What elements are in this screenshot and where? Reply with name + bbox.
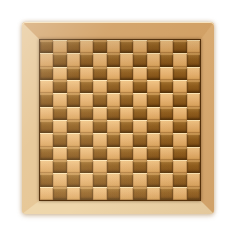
board-square[interactable] <box>107 93 120 106</box>
board-square[interactable] <box>147 40 160 53</box>
board-square[interactable] <box>173 80 186 93</box>
board-square[interactable] <box>80 40 93 53</box>
board-square[interactable] <box>160 187 173 200</box>
board-square[interactable] <box>67 40 80 53</box>
board-square[interactable] <box>133 40 146 53</box>
board-square[interactable] <box>67 147 80 160</box>
board-square[interactable] <box>80 187 93 200</box>
board-square[interactable] <box>187 67 200 80</box>
board-square[interactable] <box>80 147 93 160</box>
board-square[interactable] <box>40 67 53 80</box>
board-square[interactable] <box>107 120 120 133</box>
board-square[interactable] <box>80 133 93 146</box>
board-square[interactable] <box>147 133 160 146</box>
board-square[interactable] <box>67 187 80 200</box>
board-square[interactable] <box>160 53 173 66</box>
board-square[interactable] <box>93 67 106 80</box>
board-square[interactable] <box>160 147 173 160</box>
board-square[interactable] <box>147 80 160 93</box>
board-square[interactable] <box>67 160 80 173</box>
board-square[interactable] <box>93 187 106 200</box>
board-square[interactable] <box>187 93 200 106</box>
board-square[interactable] <box>67 120 80 133</box>
board-square[interactable] <box>120 80 133 93</box>
board-square[interactable] <box>67 107 80 120</box>
board-square[interactable] <box>160 93 173 106</box>
photo-background <box>0 0 240 240</box>
board-square[interactable] <box>120 53 133 66</box>
board-square[interactable] <box>173 187 186 200</box>
board-square[interactable] <box>107 133 120 146</box>
board-square[interactable] <box>133 93 146 106</box>
board-square[interactable] <box>40 173 53 186</box>
board-square[interactable] <box>53 107 66 120</box>
board-square[interactable] <box>67 53 80 66</box>
board-square[interactable] <box>173 133 186 146</box>
board-square[interactable] <box>187 40 200 53</box>
board-square[interactable] <box>187 120 200 133</box>
board-square[interactable] <box>173 67 186 80</box>
board-square[interactable] <box>40 133 53 146</box>
board-square[interactable] <box>173 160 186 173</box>
board-square[interactable] <box>120 173 133 186</box>
board-square[interactable] <box>147 160 160 173</box>
board-square[interactable] <box>80 53 93 66</box>
board-square[interactable] <box>67 133 80 146</box>
board-square[interactable] <box>187 173 200 186</box>
board-square[interactable] <box>173 53 186 66</box>
board-square[interactable] <box>107 80 120 93</box>
board-square[interactable] <box>107 187 120 200</box>
board-square[interactable] <box>80 107 93 120</box>
board-square[interactable] <box>133 147 146 160</box>
board-square[interactable] <box>40 40 53 53</box>
board-square[interactable] <box>160 173 173 186</box>
board-square[interactable] <box>80 173 93 186</box>
board-square[interactable] <box>120 67 133 80</box>
board-square[interactable] <box>120 40 133 53</box>
board-square[interactable] <box>80 67 93 80</box>
board-square[interactable] <box>107 160 120 173</box>
board-square[interactable] <box>53 187 66 200</box>
board-square[interactable] <box>53 147 66 160</box>
board-square[interactable] <box>107 67 120 80</box>
board-square[interactable] <box>93 53 106 66</box>
board-square[interactable] <box>133 133 146 146</box>
board-square[interactable] <box>187 187 200 200</box>
board-square[interactable] <box>147 107 160 120</box>
board-square[interactable] <box>80 93 93 106</box>
board-square[interactable] <box>107 107 120 120</box>
board-square[interactable] <box>120 187 133 200</box>
board-square[interactable] <box>53 133 66 146</box>
board-square[interactable] <box>173 40 186 53</box>
board-square[interactable] <box>187 53 200 66</box>
board-square[interactable] <box>133 160 146 173</box>
board-square[interactable] <box>53 173 66 186</box>
board-square[interactable] <box>67 93 80 106</box>
board-square[interactable] <box>67 67 80 80</box>
board-square[interactable] <box>187 107 200 120</box>
board-square[interactable] <box>160 160 173 173</box>
board-square[interactable] <box>173 173 186 186</box>
board-square[interactable] <box>40 53 53 66</box>
board-square[interactable] <box>160 67 173 80</box>
board-square[interactable] <box>40 160 53 173</box>
board-square[interactable] <box>93 173 106 186</box>
board-square[interactable] <box>93 120 106 133</box>
board-square[interactable] <box>40 120 53 133</box>
board-square[interactable] <box>147 173 160 186</box>
board-square[interactable] <box>147 187 160 200</box>
board-square[interactable] <box>187 160 200 173</box>
board-square[interactable] <box>80 80 93 93</box>
board-square[interactable] <box>107 147 120 160</box>
board-square[interactable] <box>120 120 133 133</box>
board-square[interactable] <box>160 133 173 146</box>
board-square[interactable] <box>133 67 146 80</box>
board-square[interactable] <box>93 133 106 146</box>
board-square[interactable] <box>133 53 146 66</box>
board-square[interactable] <box>147 67 160 80</box>
board-square[interactable] <box>133 120 146 133</box>
board-square[interactable] <box>93 107 106 120</box>
board-square[interactable] <box>40 147 53 160</box>
board-square[interactable] <box>160 107 173 120</box>
board-square[interactable] <box>53 53 66 66</box>
board-square[interactable] <box>187 133 200 146</box>
board-square[interactable] <box>107 40 120 53</box>
board-square[interactable] <box>173 93 186 106</box>
board-square[interactable] <box>173 107 186 120</box>
board-square[interactable] <box>93 80 106 93</box>
board-square[interactable] <box>40 80 53 93</box>
board-square[interactable] <box>160 120 173 133</box>
board-square[interactable] <box>93 160 106 173</box>
board-frame <box>22 22 214 214</box>
board-square[interactable] <box>120 107 133 120</box>
board-square[interactable] <box>160 80 173 93</box>
board-square[interactable] <box>147 147 160 160</box>
board-square[interactable] <box>133 187 146 200</box>
board-square[interactable] <box>93 147 106 160</box>
board-square[interactable] <box>53 80 66 93</box>
board-square[interactable] <box>173 120 186 133</box>
board-square[interactable] <box>120 93 133 106</box>
board-square[interactable] <box>93 93 106 106</box>
board-square[interactable] <box>80 120 93 133</box>
board-square[interactable] <box>67 80 80 93</box>
board-square[interactable] <box>67 173 80 186</box>
board-square[interactable] <box>133 107 146 120</box>
board-square[interactable] <box>40 107 53 120</box>
checkerboard-grid <box>40 40 200 200</box>
board-square[interactable] <box>120 160 133 173</box>
board-square[interactable] <box>120 147 133 160</box>
board-square[interactable] <box>133 173 146 186</box>
board-square[interactable] <box>133 80 146 93</box>
board-square[interactable] <box>40 93 53 106</box>
board-square[interactable] <box>120 133 133 146</box>
board-square[interactable] <box>80 160 93 173</box>
board-square[interactable] <box>53 93 66 106</box>
board-square[interactable] <box>40 187 53 200</box>
board-square[interactable] <box>53 160 66 173</box>
board-square[interactable] <box>147 120 160 133</box>
board-square[interactable] <box>93 40 106 53</box>
board-square[interactable] <box>147 93 160 106</box>
board-square[interactable] <box>53 40 66 53</box>
board-square[interactable] <box>187 147 200 160</box>
board-square[interactable] <box>53 120 66 133</box>
board-square[interactable] <box>187 80 200 93</box>
board-square[interactable] <box>173 147 186 160</box>
board-square[interactable] <box>107 173 120 186</box>
board-square[interactable] <box>53 67 66 80</box>
board-square[interactable] <box>107 53 120 66</box>
board-square[interactable] <box>147 53 160 66</box>
board-square[interactable] <box>160 40 173 53</box>
